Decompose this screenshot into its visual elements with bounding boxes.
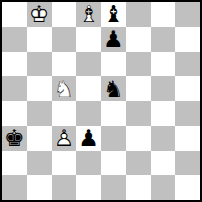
square-b6[interactable] xyxy=(27,52,52,77)
square-h3[interactable] xyxy=(175,126,200,151)
square-e2[interactable] xyxy=(101,151,126,176)
square-a4[interactable] xyxy=(2,101,27,126)
square-f1[interactable] xyxy=(126,175,151,200)
square-g3[interactable] xyxy=(151,126,176,151)
square-d8[interactable]: ♝♗ xyxy=(76,2,101,27)
white-knight-glyph: ♘ xyxy=(52,77,76,101)
square-b7[interactable] xyxy=(27,27,52,52)
square-c5[interactable]: ♞♘ xyxy=(52,76,77,101)
square-g8[interactable] xyxy=(151,2,176,27)
square-e3[interactable] xyxy=(101,126,126,151)
square-a1[interactable] xyxy=(2,175,27,200)
square-h1[interactable] xyxy=(175,175,200,200)
black-pawn[interactable]: ♟ xyxy=(77,126,101,150)
square-h4[interactable] xyxy=(175,101,200,126)
square-h2[interactable] xyxy=(175,151,200,176)
square-c4[interactable] xyxy=(52,101,77,126)
square-g5[interactable] xyxy=(151,76,176,101)
square-d2[interactable] xyxy=(76,151,101,176)
square-g7[interactable] xyxy=(151,27,176,52)
square-b4[interactable] xyxy=(27,101,52,126)
square-a5[interactable] xyxy=(2,76,27,101)
black-bishop[interactable]: ♝ xyxy=(101,2,125,26)
square-g1[interactable] xyxy=(151,175,176,200)
square-d3[interactable]: ♟ xyxy=(76,126,101,151)
square-h8[interactable] xyxy=(175,2,200,27)
white-pawn[interactable]: ♟♙ xyxy=(52,126,76,150)
square-c1[interactable] xyxy=(52,175,77,200)
black-king[interactable]: ♚ xyxy=(2,126,26,150)
square-a3[interactable]: ♚ xyxy=(2,126,27,151)
square-d1[interactable] xyxy=(76,175,101,200)
square-b3[interactable] xyxy=(27,126,52,151)
square-e5[interactable]: ♞ xyxy=(101,76,126,101)
square-c6[interactable] xyxy=(52,52,77,77)
square-e1[interactable] xyxy=(101,175,126,200)
square-a7[interactable] xyxy=(2,27,27,52)
square-f5[interactable] xyxy=(126,76,151,101)
square-f4[interactable] xyxy=(126,101,151,126)
white-king[interactable]: ♚♔ xyxy=(27,2,51,26)
square-b5[interactable] xyxy=(27,76,52,101)
square-f2[interactable] xyxy=(126,151,151,176)
square-h6[interactable] xyxy=(175,52,200,77)
square-c8[interactable] xyxy=(52,2,77,27)
square-d6[interactable] xyxy=(76,52,101,77)
square-g6[interactable] xyxy=(151,52,176,77)
square-b2[interactable] xyxy=(27,151,52,176)
black-pawn[interactable]: ♟ xyxy=(101,27,125,51)
square-a8[interactable] xyxy=(2,2,27,27)
square-f7[interactable] xyxy=(126,27,151,52)
black-knight[interactable]: ♞ xyxy=(101,77,125,101)
square-e7[interactable]: ♟ xyxy=(101,27,126,52)
square-e4[interactable] xyxy=(101,101,126,126)
square-h5[interactable] xyxy=(175,76,200,101)
white-king-glyph: ♔ xyxy=(27,2,51,26)
square-e8[interactable]: ♝ xyxy=(101,2,126,27)
chess-board: ♚♔♝♗♝♟♞♘♞♚♟♙♟ xyxy=(0,0,202,202)
square-h7[interactable] xyxy=(175,27,200,52)
square-a2[interactable] xyxy=(2,151,27,176)
square-d7[interactable] xyxy=(76,27,101,52)
square-a6[interactable] xyxy=(2,52,27,77)
square-d5[interactable] xyxy=(76,76,101,101)
square-e6[interactable] xyxy=(101,52,126,77)
square-b8[interactable]: ♚♔ xyxy=(27,2,52,27)
square-b1[interactable] xyxy=(27,175,52,200)
square-g2[interactable] xyxy=(151,151,176,176)
white-knight[interactable]: ♞♘ xyxy=(52,77,76,101)
white-bishop-glyph: ♗ xyxy=(77,2,101,26)
white-bishop[interactable]: ♝♗ xyxy=(77,2,101,26)
white-pawn-glyph: ♙ xyxy=(52,126,76,150)
square-f3[interactable] xyxy=(126,126,151,151)
square-c7[interactable] xyxy=(52,27,77,52)
square-g4[interactable] xyxy=(151,101,176,126)
square-c2[interactable] xyxy=(52,151,77,176)
square-f8[interactable] xyxy=(126,2,151,27)
square-d4[interactable] xyxy=(76,101,101,126)
square-c3[interactable]: ♟♙ xyxy=(52,126,77,151)
square-f6[interactable] xyxy=(126,52,151,77)
